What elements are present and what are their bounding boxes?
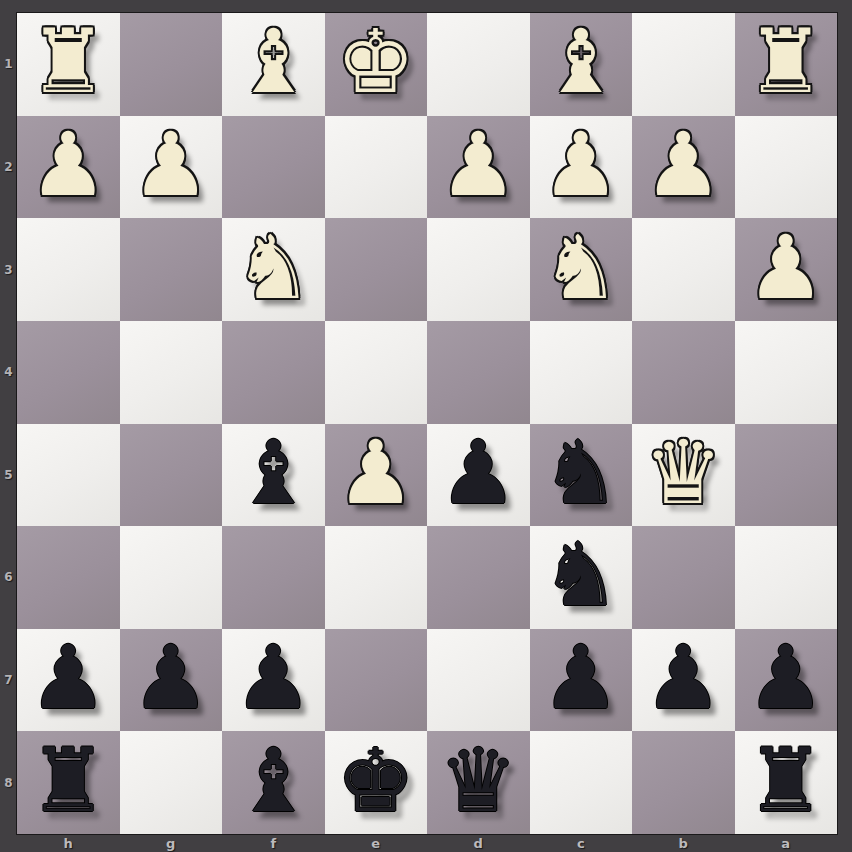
file-label-g: g (120, 834, 223, 852)
rank-label-6: 6 (0, 526, 17, 629)
square-d5[interactable]: ♟ (427, 424, 530, 527)
black-pawn: ♟ (644, 634, 723, 722)
square-f1[interactable]: ♝ (222, 13, 325, 116)
square-f6[interactable] (222, 526, 325, 629)
white-pawn: ♟ (541, 121, 620, 209)
square-c7[interactable]: ♟ (530, 629, 633, 732)
black-rook: ♜ (746, 737, 825, 825)
white-pawn: ♟ (131, 121, 210, 209)
square-b7[interactable]: ♟ (632, 629, 735, 732)
square-e6[interactable] (325, 526, 428, 629)
square-h3[interactable] (17, 218, 120, 321)
square-e5[interactable]: ♟ (325, 424, 428, 527)
square-d3[interactable] (427, 218, 530, 321)
square-a3[interactable]: ♟ (735, 218, 838, 321)
square-b5[interactable]: ♛ (632, 424, 735, 527)
square-a1[interactable]: ♜ (735, 13, 838, 116)
square-h2[interactable]: ♟ (17, 116, 120, 219)
square-e1[interactable]: ♚ (325, 13, 428, 116)
square-h8[interactable]: ♜ (17, 731, 120, 834)
black-pawn: ♟ (439, 429, 518, 517)
square-g5[interactable] (120, 424, 223, 527)
square-c5[interactable]: ♞ (530, 424, 633, 527)
square-f5[interactable]: ♝ (222, 424, 325, 527)
white-bishop: ♝ (541, 18, 620, 106)
rank-label-3: 3 (0, 218, 17, 321)
square-g7[interactable]: ♟ (120, 629, 223, 732)
black-pawn: ♟ (746, 634, 825, 722)
white-rook: ♜ (746, 18, 825, 106)
file-label-a: a (735, 834, 838, 852)
file-label-d: d (427, 834, 530, 852)
black-pawn: ♟ (234, 634, 313, 722)
chess-board: ♜♝♚♝♜♟♟♟♟♟♞♞♟♝♟♟♞♛♞♟♟♟♟♟♟♜♝♚♛♜ (17, 13, 837, 834)
square-h7[interactable]: ♟ (17, 629, 120, 732)
square-g2[interactable]: ♟ (120, 116, 223, 219)
square-d7[interactable] (427, 629, 530, 732)
square-g4[interactable] (120, 321, 223, 424)
rank-label-4: 4 (0, 321, 17, 424)
square-d8[interactable]: ♛ (427, 731, 530, 834)
square-e3[interactable] (325, 218, 428, 321)
square-h1[interactable]: ♜ (17, 13, 120, 116)
rank-label-2: 2 (0, 116, 17, 219)
square-a8[interactable]: ♜ (735, 731, 838, 834)
square-h4[interactable] (17, 321, 120, 424)
file-label-e: e (325, 834, 428, 852)
black-pawn: ♟ (541, 634, 620, 722)
square-d1[interactable] (427, 13, 530, 116)
square-f8[interactable]: ♝ (222, 731, 325, 834)
file-label-f: f (222, 834, 325, 852)
file-label-b: b (632, 834, 735, 852)
square-c1[interactable]: ♝ (530, 13, 633, 116)
square-b6[interactable] (632, 526, 735, 629)
rank-label-8: 8 (0, 731, 17, 834)
rank-label-1: 1 (0, 13, 17, 116)
white-knight: ♞ (234, 224, 313, 312)
black-king: ♚ (336, 737, 415, 825)
square-g3[interactable] (120, 218, 223, 321)
square-e2[interactable] (325, 116, 428, 219)
white-pawn: ♟ (29, 121, 108, 209)
square-f3[interactable]: ♞ (222, 218, 325, 321)
square-c2[interactable]: ♟ (530, 116, 633, 219)
square-a5[interactable] (735, 424, 838, 527)
square-a7[interactable]: ♟ (735, 629, 838, 732)
black-pawn: ♟ (29, 634, 108, 722)
square-g1[interactable] (120, 13, 223, 116)
white-rook: ♜ (29, 18, 108, 106)
white-pawn: ♟ (336, 429, 415, 517)
white-pawn: ♟ (746, 224, 825, 312)
chess-board-window: ♜♝♚♝♜♟♟♟♟♟♞♞♟♝♟♟♞♛♞♟♟♟♟♟♟♜♝♚♛♜ 12345678h… (0, 0, 852, 852)
square-e4[interactable] (325, 321, 428, 424)
file-label-h: h (17, 834, 120, 852)
square-h5[interactable] (17, 424, 120, 527)
square-a4[interactable] (735, 321, 838, 424)
black-knight: ♞ (541, 531, 620, 619)
square-b2[interactable]: ♟ (632, 116, 735, 219)
rank-label-5: 5 (0, 424, 17, 527)
square-b8[interactable] (632, 731, 735, 834)
square-h6[interactable] (17, 526, 120, 629)
square-g8[interactable] (120, 731, 223, 834)
square-b4[interactable] (632, 321, 735, 424)
square-g6[interactable] (120, 526, 223, 629)
square-c3[interactable]: ♞ (530, 218, 633, 321)
file-label-c: c (530, 834, 633, 852)
white-pawn: ♟ (644, 121, 723, 209)
square-b3[interactable] (632, 218, 735, 321)
black-bishop: ♝ (234, 429, 313, 517)
black-queen: ♛ (439, 737, 518, 825)
square-e7[interactable] (325, 629, 428, 732)
black-bishop: ♝ (234, 737, 313, 825)
white-king: ♚ (336, 18, 415, 106)
white-knight: ♞ (541, 224, 620, 312)
square-e8[interactable]: ♚ (325, 731, 428, 834)
square-c8[interactable] (530, 731, 633, 834)
square-f2[interactable] (222, 116, 325, 219)
white-bishop: ♝ (234, 18, 313, 106)
rank-label-7: 7 (0, 629, 17, 732)
black-rook: ♜ (29, 737, 108, 825)
square-a6[interactable] (735, 526, 838, 629)
black-pawn: ♟ (131, 634, 210, 722)
white-queen: ♛ (644, 429, 723, 517)
white-pawn: ♟ (439, 121, 518, 209)
square-b1[interactable] (632, 13, 735, 116)
square-d6[interactable] (427, 526, 530, 629)
square-d4[interactable] (427, 321, 530, 424)
square-d2[interactable]: ♟ (427, 116, 530, 219)
black-knight: ♞ (541, 429, 620, 517)
square-a2[interactable] (735, 116, 838, 219)
square-c4[interactable] (530, 321, 633, 424)
square-c6[interactable]: ♞ (530, 526, 633, 629)
square-f7[interactable]: ♟ (222, 629, 325, 732)
square-f4[interactable] (222, 321, 325, 424)
